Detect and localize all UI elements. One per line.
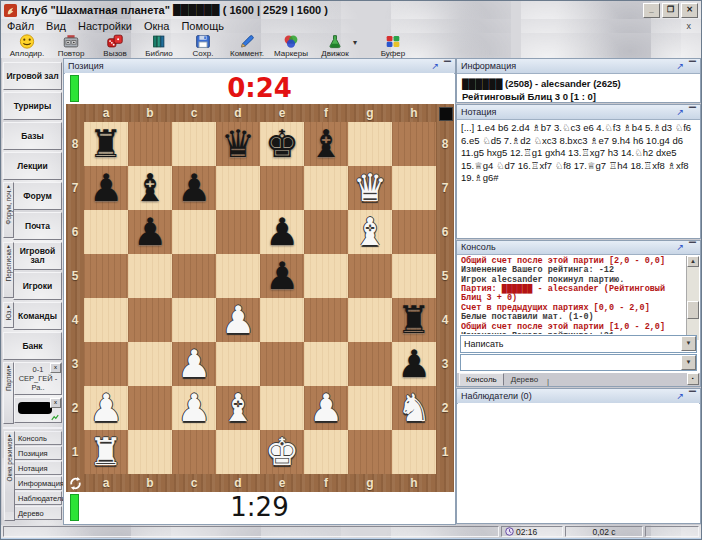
piece-black-rook[interactable]: ♜ <box>89 122 123 166</box>
square-e8[interactable]: ♚ <box>260 122 304 166</box>
square-g4[interactable] <box>348 298 392 342</box>
panel-title: Консоль <box>461 242 496 252</box>
square-e2[interactable] <box>260 386 304 430</box>
toolbar-label: Вызов <box>103 49 126 58</box>
puzzle-icon <box>384 34 402 49</box>
square-d2[interactable]: ♝ <box>216 386 260 430</box>
file-label-g: g <box>348 104 392 122</box>
rank-label-7: 7 <box>436 166 454 210</box>
file-label-h: h <box>392 474 436 492</box>
square-c2[interactable]: ♟ <box>172 386 216 430</box>
dice-icon <box>106 34 124 49</box>
black-time-bar <box>70 75 79 102</box>
sidebar-item-tournaments[interactable]: Турниры <box>3 92 62 120</box>
square-f7[interactable] <box>304 166 348 210</box>
square-h8[interactable] <box>392 122 436 166</box>
square-b8[interactable] <box>128 122 172 166</box>
tab-console[interactable]: Консоль <box>459 373 504 386</box>
white-clock: 1:29 <box>65 492 454 523</box>
menu-view[interactable]: Вид <box>46 20 66 32</box>
information-panel: Информация ↗▔ ██████ (2508) - alecsander… <box>456 58 701 103</box>
file-label-f: f <box>304 104 348 122</box>
file-label-a: a <box>84 104 128 122</box>
minimize-panel-icon[interactable]: ▔ <box>689 110 696 115</box>
square-f1[interactable] <box>304 430 348 474</box>
observers-list[interactable] <box>458 403 699 522</box>
white-time-bar <box>70 494 79 521</box>
console-scrollbar[interactable]: ▲ <box>686 256 699 340</box>
console-tabs: Консоль Дерево | ▪ <box>457 373 700 386</box>
tab-scroll-icon[interactable]: ▪ <box>687 373 699 385</box>
file-labels-bottom: abcdefgh <box>84 474 436 492</box>
piece-black-pawn[interactable]: ♟ <box>177 166 211 210</box>
game-tab-2-active[interactable]: x <box>14 397 62 423</box>
status-message-cell <box>3 526 499 537</box>
square-f3[interactable] <box>304 342 348 386</box>
menu-bar: Файл Вид Настройки Окна Помощь x <box>1 19 701 34</box>
status-end-cell <box>645 526 699 537</box>
square-h5[interactable] <box>392 254 436 298</box>
sidebar-item-lectures[interactable]: Лекции <box>3 152 62 180</box>
flip-board-icon[interactable] <box>68 476 83 491</box>
toolbar-label: Библио <box>145 49 173 58</box>
piece-black-pawn[interactable]: ♟ <box>265 210 299 254</box>
observers-panel-header: Наблюдатели (0) ↗▔ <box>457 389 700 404</box>
toolbar: Аплодир. Повтор Вызов Библио Сохр. Комме <box>1 33 701 60</box>
close-button[interactable]: ✕ <box>681 3 698 18</box>
close-icon[interactable]: x <box>50 398 61 408</box>
square-b1[interactable] <box>128 430 172 474</box>
toolbar-label: Коммент. <box>230 49 264 58</box>
piece-white-king[interactable]: ♚ <box>265 430 299 474</box>
square-g3[interactable] <box>348 342 392 386</box>
rank-label-8: 8 <box>436 122 454 166</box>
square-f8[interactable]: ♝ <box>304 122 348 166</box>
sidebar-item-teams[interactable]: Команды <box>13 302 62 330</box>
square-c8[interactable] <box>172 122 216 166</box>
game-tab-1[interactable]: x 0-1 СЕР_ГЕЙ - Ра.. <box>14 362 62 395</box>
rank-label-2: 2 <box>66 386 84 430</box>
position-panel: Позиция ↗ ▔ 0:24 abcdefgh abcdefgh 87654… <box>63 58 456 525</box>
sidebar-item-bank[interactable]: Банк <box>3 332 62 360</box>
panel-title: Позиция <box>68 61 104 71</box>
game-tab-players: СЕР_ГЕЙ - Ра.. <box>16 374 60 392</box>
rank-label-1: 1 <box>436 430 454 474</box>
piece-black-rook[interactable]: ♜ <box>397 298 431 342</box>
piece-white-queen[interactable]: ♛ <box>353 166 387 210</box>
piece-white-knight[interactable]: ♞ <box>397 386 431 430</box>
restore-button[interactable]: ❐ <box>662 3 679 18</box>
square-f6[interactable] <box>304 210 348 254</box>
close-icon[interactable]: x <box>50 363 61 373</box>
square-c4[interactable] <box>172 298 216 342</box>
app-window: Клуб "Шахматная планета" ██████ ( 1600 |… <box>0 0 702 540</box>
rank-label-3: 3 <box>436 342 454 386</box>
square-c3[interactable]: ♟ <box>172 342 216 386</box>
toolbar-button-buffer[interactable]: Буфер <box>371 34 415 58</box>
strip-label: Форум, поч. <box>5 189 12 225</box>
notation-panel: Нотация ↗▔ [...] 1.e4 b6 2.d4 ♗b7 3.♘c3 … <box>456 104 701 239</box>
piece-white-pawn[interactable]: ♟ <box>89 386 123 430</box>
app-logo-icon <box>4 4 17 17</box>
minimize-panel-icon[interactable]: ▔ <box>689 394 696 399</box>
mode-console[interactable]: Консоль <box>14 431 62 445</box>
file-label-f: f <box>304 474 348 492</box>
square-f5[interactable] <box>304 254 348 298</box>
sidebar-strip-mode-windows[interactable]: ▴ Окна режимов <box>4 431 15 521</box>
square-f2[interactable]: ♟ <box>304 386 348 430</box>
white-clock-area: 1:29 <box>65 492 454 523</box>
panel-title: Наблюдатели (0) <box>461 391 532 401</box>
popout-icon[interactable]: ↗ <box>677 243 685 252</box>
title-bar: Клуб "Шахматная планета" ██████ ( 1600 |… <box>1 1 701 20</box>
square-h2[interactable]: ♞ <box>392 386 436 430</box>
square-b3[interactable] <box>128 342 172 386</box>
black-to-move-indicator <box>439 107 453 121</box>
square-h6[interactable] <box>392 210 436 254</box>
latency-value: 0,02 с <box>592 527 615 537</box>
square-c7[interactable]: ♟ <box>172 166 216 210</box>
status-bar: 02:16 0,02 с <box>1 525 701 538</box>
session-time: 02:16 <box>516 527 537 537</box>
sidebar-strip-users[interactable]: ▴ Юз. <box>3 302 14 328</box>
square-a8[interactable]: ♜ <box>84 122 128 166</box>
scroll-up-icon[interactable]: ▲ <box>687 256 699 267</box>
sidebar-strip-games[interactable]: ▴ Партии <box>3 362 14 424</box>
mode-windows-group: ▴ Окна режимов Консоль Позиция Нотация И… <box>3 427 62 521</box>
console-panel: Консоль ↗▔ Общий счет после этой партии … <box>456 240 701 387</box>
tab-tree[interactable]: Дерево <box>504 373 545 386</box>
observers-panel: Наблюдатели (0) ↗▔ <box>456 388 701 524</box>
piece-black-pawn[interactable]: ♟ <box>133 210 167 254</box>
square-a2[interactable]: ♟ <box>84 386 128 430</box>
chat-mode-value: Написать <box>461 339 681 349</box>
piece-black-bishop[interactable]: ♝ <box>309 122 343 166</box>
match-line: Рейтинговый Блиц 3 0 [1 : 0] <box>462 90 695 103</box>
mode-notation[interactable]: Нотация <box>14 461 62 475</box>
square-a7[interactable]: ♟ <box>84 166 128 210</box>
square-e1[interactable]: ♚ <box>260 430 304 474</box>
sidebar-strip-forum-mail[interactable]: ▴ Форум, поч. <box>3 182 14 238</box>
position-panel-header: Позиция ↗ ▔ <box>64 59 455 74</box>
strip-label: Партии <box>5 369 12 391</box>
square-g2[interactable] <box>348 386 392 430</box>
piece-black-king[interactable]: ♚ <box>265 122 299 166</box>
rank-label-4: 4 <box>436 298 454 342</box>
minimize-button[interactable]: _ <box>643 3 660 18</box>
file-label-c: c <box>172 104 216 122</box>
file-label-h: h <box>392 104 436 122</box>
piece-black-pawn[interactable]: ♟ <box>265 254 299 298</box>
square-g1[interactable] <box>348 430 392 474</box>
clock-icon <box>505 527 514 536</box>
square-c5[interactable] <box>172 254 216 298</box>
square-h3[interactable]: ♟ <box>392 342 436 386</box>
chevron-down-icon[interactable]: ▼ <box>681 355 696 370</box>
chat-input-dropdown[interactable]: ▼ <box>460 354 697 371</box>
square-d4[interactable]: ♟ <box>216 298 260 342</box>
toolbar-label: Повтор <box>58 49 85 58</box>
toolbar-button-challenge[interactable]: Вызов <box>93 34 137 58</box>
sidebar-item-databases[interactable]: Базы <box>3 122 62 150</box>
panel-title: Информация <box>461 61 516 71</box>
toolbar-button-save[interactable]: Сохр. <box>181 34 225 58</box>
piece-white-pawn[interactable]: ♟ <box>177 386 211 430</box>
piece-white-pawn[interactable]: ♟ <box>309 386 343 430</box>
piece-white-pawn[interactable]: ♟ <box>177 342 211 386</box>
square-h7[interactable] <box>392 166 436 210</box>
sidebar-item-forum[interactable]: Форум <box>13 182 62 210</box>
minimize-panel-icon[interactable]: ▔ <box>689 64 696 69</box>
status-clock-cell: 02:16 <box>501 526 563 537</box>
square-d7[interactable] <box>216 166 260 210</box>
sidebar-item-playing-hall[interactable]: Игровой зал <box>3 62 62 90</box>
censored-name <box>18 402 52 414</box>
pencil-icon <box>238 34 256 49</box>
toolbar-label: Движок <box>321 49 348 58</box>
rank-label-6: 6 <box>436 210 454 254</box>
square-b4[interactable] <box>128 298 172 342</box>
tab-divider: | <box>547 377 549 386</box>
square-g5[interactable] <box>348 254 392 298</box>
console-log[interactable]: Общий счет после этой партии [2,0 - 0,0]… <box>457 255 700 334</box>
toolbar-label: Буфер <box>381 49 405 58</box>
black-clock: 0:24 <box>65 73 454 104</box>
notation-panel-header: Нотация ↗▔ <box>457 105 700 120</box>
information-panel-header: Информация ↗▔ <box>457 59 700 74</box>
piece-white-bishop[interactable]: ♝ <box>353 210 387 254</box>
square-a1[interactable]: ♜ <box>84 430 128 474</box>
square-h1[interactable] <box>392 430 436 474</box>
square-d6[interactable] <box>216 210 260 254</box>
popout-icon[interactable]: ↗ <box>677 392 685 401</box>
console-panel-header: Консоль ↗▔ <box>457 241 700 255</box>
square-g6[interactable]: ♝ <box>348 210 392 254</box>
square-d3[interactable] <box>216 342 260 386</box>
piece-black-queen[interactable]: ♛ <box>221 122 255 166</box>
main-area: Игровой зал Турниры Базы Лекции ▴ Форум,… <box>1 58 701 525</box>
black-clock-area: 0:24 <box>65 73 454 104</box>
toolbar-button-applaud[interactable]: Аплодир. <box>5 34 49 58</box>
mode-position[interactable]: Позиция <box>14 446 62 460</box>
file-label-d: d <box>216 104 260 122</box>
square-b2[interactable] <box>128 386 172 430</box>
file-label-b: b <box>128 474 172 492</box>
sidebar-strip-correspondence[interactable]: ▴ Переписка <box>3 242 14 298</box>
mode-information[interactable]: Информация <box>14 476 62 490</box>
rank-labels-left: 87654321 <box>66 122 84 474</box>
rank-labels-right: 87654321 <box>436 122 454 474</box>
toolbar-button-library[interactable]: Библио <box>137 34 181 58</box>
rgb-circles-icon <box>282 34 300 49</box>
floppy-icon <box>194 34 212 49</box>
strip-label: Переписка <box>5 249 12 282</box>
sidebar-item-mail[interactable]: Почта <box>13 212 62 240</box>
child-close-icon[interactable]: x <box>687 21 696 31</box>
square-b7[interactable]: ♝ <box>128 166 172 210</box>
square-a3[interactable] <box>84 342 128 386</box>
chat-mode-dropdown[interactable]: Написать ▼ <box>460 335 697 352</box>
square-a4[interactable] <box>84 298 128 342</box>
mode-tree[interactable]: Дерево <box>14 506 62 520</box>
move-list[interactable]: [...] 1.e4 b6 2.d4 ♗b7 3.♘c3 e6 4.♘f3 ♗b… <box>457 120 700 187</box>
rank-label-5: 5 <box>436 254 454 298</box>
sidebar-item-players[interactable]: Игроки <box>13 272 62 300</box>
rating-sprout-icon <box>51 414 59 421</box>
rank-label-8: 8 <box>66 122 84 166</box>
file-label-e: e <box>260 474 304 492</box>
smiley-icon <box>18 34 36 49</box>
chevron-down-icon[interactable]: ▼ <box>681 336 696 351</box>
square-b6[interactable]: ♟ <box>128 210 172 254</box>
square-e7[interactable] <box>260 166 304 210</box>
square-d8[interactable]: ♛ <box>216 122 260 166</box>
square-g8[interactable] <box>348 122 392 166</box>
square-c1[interactable] <box>172 430 216 474</box>
chess-board: abcdefgh abcdefgh 87654321 87654321 ♜♛♚♝… <box>66 104 454 492</box>
popout-icon[interactable]: ↗ <box>677 108 685 117</box>
piece-white-bishop[interactable]: ♝ <box>221 386 255 430</box>
panel-title: Нотация <box>461 107 496 117</box>
board-squares: ♜♛♚♝♟♝♟♛♟♟♝♟♟♜♟♟♟♟♝♟♞♜♚ <box>84 122 436 474</box>
counter-icon <box>62 34 80 49</box>
square-e6[interactable]: ♟ <box>260 210 304 254</box>
piece-black-pawn[interactable]: ♟ <box>397 342 431 386</box>
sidebar: Игровой зал Турниры Базы Лекции ▴ Форум,… <box>2 58 63 525</box>
menu-windows[interactable]: Окна <box>144 20 170 32</box>
sidebar-item-playing-hall-2[interactable]: Игровой зал <box>13 242 62 270</box>
piece-white-rook[interactable]: ♜ <box>89 430 123 474</box>
toolbar-button-replay[interactable]: Повтор <box>49 34 93 58</box>
piece-black-pawn[interactable]: ♟ <box>89 166 123 210</box>
square-a6[interactable] <box>84 210 128 254</box>
popout-icon[interactable]: ↗ <box>432 62 440 71</box>
file-label-c: c <box>172 474 216 492</box>
square-d5[interactable] <box>216 254 260 298</box>
menu-file[interactable]: Файл <box>7 20 34 32</box>
minimize-panel-icon[interactable]: ▔ <box>444 64 451 69</box>
file-label-a: a <box>84 474 128 492</box>
console-line: Партия: ██████ - alecsander (Рейтинговый… <box>461 285 686 304</box>
toolbar-button-markers[interactable]: Маркеры <box>269 34 313 58</box>
rank-label-5: 5 <box>66 254 84 298</box>
rank-label-2: 2 <box>436 386 454 430</box>
piece-black-bishop[interactable]: ♝ <box>133 166 167 210</box>
piece-white-pawn[interactable]: ♟ <box>221 298 255 342</box>
square-e4[interactable] <box>260 298 304 342</box>
toolbar-label: Маркеры <box>274 49 308 58</box>
right-column: Информация ↗▔ ██████ (2508) - alecsander… <box>456 58 701 525</box>
popout-icon[interactable]: ↗ <box>677 62 685 71</box>
console-line: Изменение Вашего рейтинга: +21 <box>461 332 686 334</box>
minimize-panel-icon[interactable]: ▔ <box>689 245 696 250</box>
books-icon <box>150 34 168 49</box>
file-label-b: b <box>128 104 172 122</box>
square-b5[interactable] <box>128 254 172 298</box>
scroll-thumb[interactable] <box>687 301 699 319</box>
rank-label-1: 1 <box>66 430 84 474</box>
strip-label: Юз. <box>5 309 12 320</box>
window-title: Клуб "Шахматная планета" ██████ ( 1600 |… <box>21 4 328 16</box>
toolbar-label: Аплодир. <box>10 49 45 58</box>
mode-observers[interactable]: Наблюдатели <box>14 491 62 505</box>
status-latency-cell: 0,02 с <box>565 526 643 537</box>
square-a5[interactable] <box>84 254 128 298</box>
file-label-e: e <box>260 104 304 122</box>
square-c6[interactable] <box>172 210 216 254</box>
toolbar-button-engine[interactable]: Движок <box>313 34 357 58</box>
square-e5[interactable]: ♟ <box>260 254 304 298</box>
menu-help[interactable]: Помощь <box>181 20 224 32</box>
file-label-g: g <box>348 474 392 492</box>
square-g7[interactable]: ♛ <box>348 166 392 210</box>
rank-label-4: 4 <box>66 298 84 342</box>
square-f4[interactable] <box>304 298 348 342</box>
square-e3[interactable] <box>260 342 304 386</box>
rank-label-3: 3 <box>66 342 84 386</box>
square-h4[interactable]: ♜ <box>392 298 436 342</box>
menu-settings[interactable]: Настройки <box>78 20 132 32</box>
toolbar-label: Сохр. <box>193 49 214 58</box>
toolbar-button-comment[interactable]: Коммент. <box>225 34 269 58</box>
rank-label-7: 7 <box>66 166 84 210</box>
engine-dropdown-caret[interactable]: ▾ <box>353 38 357 47</box>
flask-icon <box>326 34 344 49</box>
players-line: ██████ (2508) - alecsander (2625) <box>462 77 695 90</box>
strip-label: Окна режимов <box>6 438 13 482</box>
file-labels-top: abcdefgh <box>84 104 436 122</box>
rank-label-6: 6 <box>66 210 84 254</box>
file-label-d: d <box>216 474 260 492</box>
square-d1[interactable] <box>216 430 260 474</box>
